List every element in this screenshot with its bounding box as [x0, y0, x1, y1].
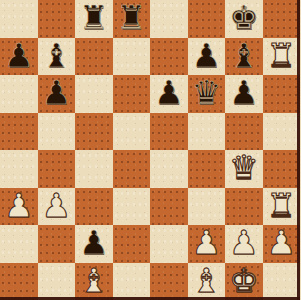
square-e1[interactable] [150, 263, 188, 300]
square-d2[interactable] [113, 225, 151, 263]
square-d7[interactable] [113, 38, 151, 76]
square-g7[interactable]: ♝ [225, 38, 263, 76]
square-c1[interactable]: ♝ [75, 263, 113, 300]
piece-white-pawn[interactable]: ♟ [41, 188, 71, 225]
square-e2[interactable] [150, 225, 188, 263]
square-e8[interactable] [150, 0, 188, 38]
piece-white-queen[interactable]: ♛ [229, 150, 259, 187]
square-d3[interactable] [113, 188, 151, 226]
square-c6[interactable] [75, 75, 113, 113]
square-a6[interactable] [0, 75, 38, 113]
chess-app: ♜♜♚♟♝♟♝♜♟♟♛♟♛♟♟♜♟♟♟♟♝♝♚ [0, 0, 300, 300]
square-g4[interactable]: ♛ [225, 150, 263, 188]
square-d4[interactable] [113, 150, 151, 188]
square-f7[interactable]: ♟ [188, 38, 226, 76]
square-f4[interactable] [188, 150, 226, 188]
square-d8[interactable]: ♜ [113, 0, 151, 38]
piece-black-pawn[interactable]: ♟ [4, 38, 34, 75]
square-g6[interactable]: ♟ [225, 75, 263, 113]
square-f2[interactable]: ♟ [188, 225, 226, 263]
square-f6[interactable]: ♛ [188, 75, 226, 113]
piece-black-bishop[interactable]: ♝ [229, 38, 259, 75]
piece-black-pawn[interactable]: ♟ [41, 75, 71, 112]
square-g1[interactable]: ♚ [225, 263, 263, 300]
square-h6[interactable] [263, 75, 301, 113]
square-a3[interactable]: ♟ [0, 188, 38, 226]
square-f5[interactable] [188, 113, 226, 151]
piece-white-king[interactable]: ♚ [229, 263, 259, 300]
square-h8[interactable] [263, 0, 301, 38]
piece-white-bishop[interactable]: ♝ [191, 263, 221, 300]
piece-black-bishop[interactable]: ♝ [41, 38, 71, 75]
piece-black-queen[interactable]: ♛ [191, 75, 221, 112]
piece-white-pawn[interactable]: ♟ [191, 225, 221, 262]
square-e5[interactable] [150, 113, 188, 151]
square-c3[interactable] [75, 188, 113, 226]
square-a7[interactable]: ♟ [0, 38, 38, 76]
piece-white-pawn[interactable]: ♟ [4, 188, 34, 225]
square-g2[interactable]: ♟ [225, 225, 263, 263]
square-d5[interactable] [113, 113, 151, 151]
square-h2[interactable]: ♟ [263, 225, 301, 263]
square-g5[interactable] [225, 113, 263, 151]
square-g8[interactable]: ♚ [225, 0, 263, 38]
square-b5[interactable] [38, 113, 76, 151]
square-b3[interactable]: ♟ [38, 188, 76, 226]
square-f3[interactable] [188, 188, 226, 226]
square-g3[interactable] [225, 188, 263, 226]
piece-white-rook[interactable]: ♜ [266, 188, 296, 225]
piece-white-pawn[interactable]: ♟ [266, 225, 296, 262]
square-c2[interactable]: ♟ [75, 225, 113, 263]
piece-black-rook[interactable]: ♜ [116, 0, 146, 37]
chess-board: ♜♜♚♟♝♟♝♜♟♟♛♟♛♟♟♜♟♟♟♟♝♝♚ [0, 0, 300, 300]
square-b6[interactable]: ♟ [38, 75, 76, 113]
square-e7[interactable] [150, 38, 188, 76]
piece-black-pawn[interactable]: ♟ [79, 225, 109, 262]
square-h4[interactable] [263, 150, 301, 188]
square-h7[interactable]: ♜ [263, 38, 301, 76]
piece-black-pawn[interactable]: ♟ [229, 75, 259, 112]
square-b2[interactable] [38, 225, 76, 263]
square-h3[interactable]: ♜ [263, 188, 301, 226]
square-e4[interactable] [150, 150, 188, 188]
piece-white-rook[interactable]: ♜ [266, 38, 296, 75]
piece-black-pawn[interactable]: ♟ [191, 38, 221, 75]
square-a1[interactable] [0, 263, 38, 300]
square-d6[interactable] [113, 75, 151, 113]
square-d1[interactable] [113, 263, 151, 300]
square-b4[interactable] [38, 150, 76, 188]
square-a8[interactable] [0, 0, 38, 38]
square-b7[interactable]: ♝ [38, 38, 76, 76]
piece-black-king[interactable]: ♚ [229, 0, 259, 37]
piece-white-pawn[interactable]: ♟ [229, 225, 259, 262]
square-c5[interactable] [75, 113, 113, 151]
square-c7[interactable] [75, 38, 113, 76]
square-f1[interactable]: ♝ [188, 263, 226, 300]
square-e3[interactable] [150, 188, 188, 226]
piece-black-rook[interactable]: ♜ [79, 0, 109, 37]
square-c8[interactable]: ♜ [75, 0, 113, 38]
square-a4[interactable] [0, 150, 38, 188]
board-edge-right [297, 0, 300, 300]
square-e6[interactable]: ♟ [150, 75, 188, 113]
square-f8[interactable] [188, 0, 226, 38]
square-h1[interactable] [263, 263, 301, 300]
square-a5[interactable] [0, 113, 38, 151]
square-c4[interactable] [75, 150, 113, 188]
square-b8[interactable] [38, 0, 76, 38]
square-h5[interactable] [263, 113, 301, 151]
square-a2[interactable] [0, 225, 38, 263]
square-b1[interactable] [38, 263, 76, 300]
piece-black-pawn[interactable]: ♟ [154, 75, 184, 112]
piece-white-bishop[interactable]: ♝ [79, 263, 109, 300]
